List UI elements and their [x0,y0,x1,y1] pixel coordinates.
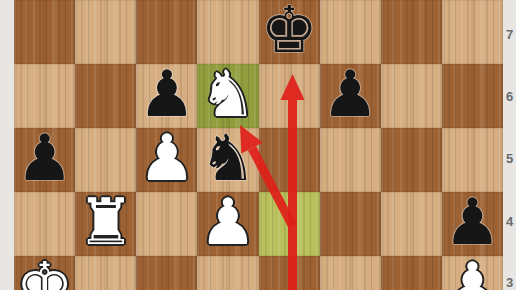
square-c7[interactable] [136,0,197,64]
square-g3[interactable] [381,256,442,290]
white-rook-b4[interactable]: ♜ [75,190,136,254]
square-d3[interactable] [197,256,258,290]
square-h7[interactable] [442,0,503,64]
rank-label-5: 5 [503,151,516,166]
white-pawn-d4[interactable]: ♟ [197,190,258,254]
square-b7[interactable] [75,0,136,64]
square-f5[interactable] [320,128,381,192]
square-f4[interactable] [320,192,381,256]
square-a6[interactable] [14,64,75,128]
square-g4[interactable] [381,192,442,256]
square-e3[interactable] [259,256,320,290]
black-king-e7[interactable]: ♚ [259,0,320,62]
square-f7[interactable] [320,0,381,64]
square-c6[interactable]: ♟ [136,64,197,128]
square-d5[interactable]: ♞ [197,128,258,192]
square-h5[interactable] [442,128,503,192]
square-a4[interactable] [14,192,75,256]
black-knight-d5[interactable]: ♞ [197,126,258,190]
chess-board: ♚♟♞♟♟♟♞♜♟♟♚♟ [14,0,503,290]
square-c4[interactable] [136,192,197,256]
square-h4[interactable]: ♟ [442,192,503,256]
white-knight-d6[interactable]: ♞ [197,62,258,126]
square-h6[interactable] [442,64,503,128]
square-d4[interactable]: ♟ [197,192,258,256]
square-e6[interactable] [259,64,320,128]
rank-label-6: 6 [503,89,516,104]
square-g7[interactable] [381,0,442,64]
square-e4[interactable] [259,192,320,256]
square-c3[interactable] [136,256,197,290]
square-g5[interactable] [381,128,442,192]
square-f6[interactable]: ♟ [320,64,381,128]
square-b3[interactable] [75,256,136,290]
black-pawn-a5[interactable]: ♟ [14,126,75,190]
square-d7[interactable] [197,0,258,64]
square-g6[interactable] [381,64,442,128]
rank-label-3: 3 [503,275,516,290]
square-f3[interactable] [320,256,381,290]
square-a5[interactable]: ♟ [14,128,75,192]
black-pawn-f6[interactable]: ♟ [320,62,381,126]
square-h3[interactable]: ♟ [442,256,503,290]
square-b5[interactable] [75,128,136,192]
white-pawn-c5[interactable]: ♟ [136,126,197,190]
black-pawn-c6[interactable]: ♟ [136,62,197,126]
black-pawn-h4[interactable]: ♟ [442,190,503,254]
square-a3[interactable]: ♚ [14,256,75,290]
rank-label-4: 4 [503,214,516,229]
square-b4[interactable]: ♜ [75,192,136,256]
square-e7[interactable]: ♚ [259,0,320,64]
rank-label-7: 7 [503,27,516,42]
square-c5[interactable]: ♟ [136,128,197,192]
square-a7[interactable] [14,0,75,64]
square-e5[interactable] [259,128,320,192]
square-d6[interactable]: ♞ [197,64,258,128]
square-b6[interactable] [75,64,136,128]
white-king-a3[interactable]: ♚ [14,254,75,290]
white-pawn-h3[interactable]: ♟ [442,254,503,290]
chess-board-viewport: ♚♟♞♟♟♟♞♜♟♟♚♟ 76543 [0,0,516,290]
